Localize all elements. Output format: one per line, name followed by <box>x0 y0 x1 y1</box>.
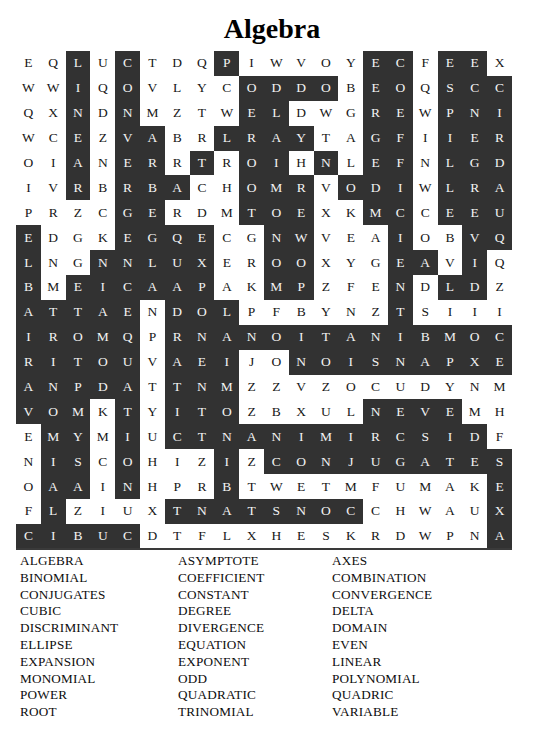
grid-cell-r2c13: O <box>314 76 339 101</box>
grid-cell-r11c19: I <box>462 300 487 325</box>
grid-cell-r6c8: C <box>190 175 215 200</box>
grid-cell-r3c5: N <box>115 101 140 126</box>
grid-cell-r9c4: N <box>90 250 115 275</box>
grid-cell-r7c12: E <box>289 200 314 225</box>
grid-cell-r11c2: T <box>41 300 66 325</box>
grid-cell-r9c6: L <box>140 250 165 275</box>
grid-cell-r5c9: R <box>214 151 239 176</box>
grid-cell-r15c18: E <box>438 399 463 424</box>
grid-cell-r11c4: A <box>90 300 115 325</box>
grid-cell-r8c11: N <box>264 225 289 250</box>
grid-cell-r16c10: A <box>239 424 264 449</box>
grid-cell-r4c15: G <box>363 126 388 151</box>
grid-cell-r20c13: S <box>314 524 339 549</box>
grid-cell-r2c11: D <box>264 76 289 101</box>
word-list-column-2: ASYMPTOTECOEFFICIENTCONSTANTDEGREEDIVERG… <box>178 553 264 721</box>
grid-cell-r20c6: D <box>140 524 165 549</box>
grid-cell-r17c18: T <box>438 449 463 474</box>
grid-cell-r9c5: N <box>115 250 140 275</box>
grid-cell-r1c20: X <box>487 51 512 76</box>
grid-cell-r1c15: E <box>363 51 388 76</box>
grid-cell-r2c12: D <box>289 76 314 101</box>
grid-cell-r18c15: F <box>363 474 388 499</box>
grid-cell-r2c7: L <box>165 76 190 101</box>
grid-bottom-rule <box>16 548 512 550</box>
grid-cell-r14c13: Z <box>314 375 339 400</box>
grid-cell-r2c10: O <box>239 76 264 101</box>
grid-cell-r19c14: C <box>338 499 363 524</box>
word-list-item: CONSTANT <box>178 587 264 604</box>
grid-cell-r20c9: L <box>214 524 239 549</box>
grid-cell-r6c13: V <box>314 175 339 200</box>
grid-cell-r1c12: V <box>289 51 314 76</box>
grid-cell-r15c11: B <box>264 399 289 424</box>
word-list-item: ASYMPTOTE <box>178 553 264 570</box>
grid-cell-r10c9: A <box>214 275 239 300</box>
grid-cell-r6c6: B <box>140 175 165 200</box>
grid-cell-r20c5: C <box>115 524 140 549</box>
grid-cell-r11c14: N <box>338 300 363 325</box>
grid-cell-r19c3: Z <box>66 499 91 524</box>
grid-cell-r4c7: B <box>165 126 190 151</box>
grid-cell-r8c19: V <box>462 225 487 250</box>
grid-cell-r12c13: T <box>314 325 339 350</box>
grid-cell-r12c4: M <box>90 325 115 350</box>
grid-cell-r14c7: T <box>165 375 190 400</box>
grid-cell-r2c6: V <box>140 76 165 101</box>
grid-cell-r3c1: Q <box>16 101 41 126</box>
grid-cell-r5c7: R <box>165 151 190 176</box>
grid-cell-r2c9: C <box>214 76 239 101</box>
grid-cell-r1c10: I <box>239 51 264 76</box>
grid-cell-r7c19: E <box>462 200 487 225</box>
grid-cell-r19c9: A <box>214 499 239 524</box>
grid-cell-r18c10: T <box>239 474 264 499</box>
grid-cell-r3c3: N <box>66 101 91 126</box>
grid-cell-r12c15: N <box>363 325 388 350</box>
grid-cell-r3c4: D <box>90 101 115 126</box>
grid-cell-r6c4: B <box>90 175 115 200</box>
grid-cell-r9c2: N <box>41 250 66 275</box>
grid-cell-r12c5: Q <box>115 325 140 350</box>
grid-cell-r4c16: F <box>388 126 413 151</box>
grid-cell-r13c1: R <box>16 350 41 375</box>
grid-cell-r4c3: E <box>66 126 91 151</box>
grid-cell-r19c17: W <box>413 499 438 524</box>
word-list-item: VARIABLE <box>332 704 432 721</box>
grid-cell-r8c2: D <box>41 225 66 250</box>
grid-cell-r5c2: I <box>41 151 66 176</box>
grid-cell-r15c10: Z <box>239 399 264 424</box>
grid-cell-r10c4: I <box>90 275 115 300</box>
grid-cell-r11c7: D <box>165 300 190 325</box>
grid-cell-r10c2: M <box>41 275 66 300</box>
grid-cell-r16c1: E <box>16 424 41 449</box>
grid-cell-r16c4: M <box>90 424 115 449</box>
grid-cell-r3c13: W <box>314 101 339 126</box>
grid-cell-r5c19: G <box>462 151 487 176</box>
grid-cell-r19c20: X <box>487 499 512 524</box>
grid-cell-r12c2: R <box>41 325 66 350</box>
word-list-item: AXES <box>332 553 432 570</box>
grid-cell-r13c6: V <box>140 350 165 375</box>
grid-cell-r16c17: S <box>413 424 438 449</box>
grid-cell-r14c2: N <box>41 375 66 400</box>
grid-cell-r2c3: I <box>66 76 91 101</box>
grid-cell-r10c5: C <box>115 275 140 300</box>
grid-cell-r14c3: P <box>66 375 91 400</box>
grid-cell-r13c7: A <box>165 350 190 375</box>
grid-cell-r6c7: A <box>165 175 190 200</box>
grid-cell-r19c16: H <box>388 499 413 524</box>
grid-cell-r11c3: T <box>66 300 91 325</box>
grid-cell-r12c18: M <box>438 325 463 350</box>
grid-cell-r13c8: E <box>190 350 215 375</box>
grid-cell-r20c10: X <box>239 524 264 549</box>
word-list-item: DIVERGENCE <box>178 620 264 637</box>
grid-cell-r18c7: P <box>165 474 190 499</box>
grid-cell-r6c10: O <box>239 175 264 200</box>
grid-cell-r12c7: R <box>165 325 190 350</box>
grid-cell-r15c12: X <box>289 399 314 424</box>
grid-cell-r20c19: N <box>462 524 487 549</box>
grid-cell-r14c8: N <box>190 375 215 400</box>
grid-cell-r13c19: X <box>462 350 487 375</box>
grid-cell-r20c2: I <box>41 524 66 549</box>
grid-cell-r17c11: C <box>264 449 289 474</box>
grid-cell-r17c5: O <box>115 449 140 474</box>
grid-cell-r7c16: C <box>388 200 413 225</box>
grid-cell-r1c13: O <box>314 51 339 76</box>
grid-cell-r4c19: E <box>462 126 487 151</box>
grid-cell-r7c5: G <box>115 200 140 225</box>
grid-cell-r19c13: O <box>314 499 339 524</box>
grid-cell-r14c16: U <box>388 375 413 400</box>
grid-cell-r4c1: W <box>16 126 41 151</box>
grid-cell-r14c15: C <box>363 375 388 400</box>
grid-cell-r8c18: B <box>438 225 463 250</box>
word-list-item: BINOMIAL <box>20 570 118 587</box>
grid-cell-r12c12: I <box>289 325 314 350</box>
word-list-item: ODD <box>178 671 264 688</box>
grid-cell-r4c4: Z <box>90 126 115 151</box>
grid-cell-r6c15: D <box>363 175 388 200</box>
grid-cell-r18c1: O <box>16 474 41 499</box>
grid-cell-r7c7: R <box>165 200 190 225</box>
grid-cell-r7c15: M <box>363 200 388 225</box>
grid-cell-r18c12: E <box>289 474 314 499</box>
grid-cell-r5c11: I <box>264 151 289 176</box>
grid-cell-r6c18: L <box>438 175 463 200</box>
grid-cell-r15c13: U <box>314 399 339 424</box>
grid-cell-r16c19: D <box>462 424 487 449</box>
grid-cell-r4c9: L <box>214 126 239 151</box>
word-list-item: EXPONENT <box>178 654 264 671</box>
grid-cell-r6c1: I <box>16 175 41 200</box>
grid-cell-r8c8: E <box>190 225 215 250</box>
grid-cell-r16c18: I <box>438 424 463 449</box>
grid-cell-r3c16: E <box>388 101 413 126</box>
grid-cell-r10c12: P <box>289 275 314 300</box>
grid-cell-r11c8: O <box>190 300 215 325</box>
grid-cell-r7c11: O <box>264 200 289 225</box>
grid-cell-r16c12: I <box>289 424 314 449</box>
grid-cell-r6c11: M <box>264 175 289 200</box>
grid-cell-r2c15: E <box>363 76 388 101</box>
grid-cell-r12c1: I <box>16 325 41 350</box>
grid-cell-r15c8: T <box>190 399 215 424</box>
grid-cell-r9c10: R <box>239 250 264 275</box>
grid-cell-r6c20: A <box>487 175 512 200</box>
grid-cell-r14c4: D <box>90 375 115 400</box>
grid-cell-r12c10: N <box>239 325 264 350</box>
grid-cell-r11c12: B <box>289 300 314 325</box>
grid-cell-r16c11: N <box>264 424 289 449</box>
grid-cell-r6c12: R <box>289 175 314 200</box>
grid-cell-r13c11: O <box>264 350 289 375</box>
grid-cell-r16c2: M <box>41 424 66 449</box>
grid-cell-r10c20: Z <box>487 275 512 300</box>
grid-cell-r5c15: E <box>363 151 388 176</box>
grid-cell-r19c7: T <box>165 499 190 524</box>
grid-cell-r11c11: F <box>264 300 289 325</box>
grid-cell-r2c5: O <box>115 76 140 101</box>
word-list-item: COEFFICIENT <box>178 570 264 587</box>
grid-cell-r20c14: K <box>338 524 363 549</box>
grid-cell-r11c13: Y <box>314 300 339 325</box>
grid-cell-r3c12: D <box>289 101 314 126</box>
grid-cell-r10c10: K <box>239 275 264 300</box>
grid-cell-r14c19: N <box>462 375 487 400</box>
grid-cell-r10c8: P <box>190 275 215 300</box>
grid-cell-r2c14: B <box>338 76 363 101</box>
grid-cell-r1c7: D <box>165 51 190 76</box>
grid-cell-r3c7: Z <box>165 101 190 126</box>
word-list-item: CONJUGATES <box>20 587 118 604</box>
word-list-item: QUADRATIC <box>178 687 264 704</box>
grid-cell-r4c18: I <box>438 126 463 151</box>
grid-cell-r17c20: S <box>487 449 512 474</box>
grid-cell-r13c16: N <box>388 350 413 375</box>
word-list-item: ELLIPSE <box>20 637 118 654</box>
grid-cell-r13c9: I <box>214 350 239 375</box>
grid-cell-r6c3: R <box>66 175 91 200</box>
grid-cell-r16c8: T <box>190 424 215 449</box>
grid-cell-r9c14: Y <box>338 250 363 275</box>
grid-cell-r18c6: H <box>140 474 165 499</box>
grid-cell-r9c12: O <box>289 250 314 275</box>
grid-cell-r20c3: B <box>66 524 91 549</box>
grid-cell-r13c18: P <box>438 350 463 375</box>
grid-cell-r7c10: T <box>239 200 264 225</box>
grid-cell-r4c14: A <box>338 126 363 151</box>
word-list-item: LINEAR <box>332 654 432 671</box>
grid-cell-r18c14: M <box>338 474 363 499</box>
grid-cell-r17c7: I <box>165 449 190 474</box>
grid-cell-r9c7: U <box>165 250 190 275</box>
grid-cell-r15c4: K <box>90 399 115 424</box>
grid-cell-r13c10: J <box>239 350 264 375</box>
grid-cell-r6c2: V <box>41 175 66 200</box>
grid-cell-r1c3: L <box>66 51 91 76</box>
grid-cell-r20c11: H <box>264 524 289 549</box>
grid-cell-r9c8: X <box>190 250 215 275</box>
grid-cell-r19c18: A <box>438 499 463 524</box>
grid-cell-r20c17: W <box>413 524 438 549</box>
grid-cell-r1c4: U <box>90 51 115 76</box>
grid-cell-r6c14: O <box>338 175 363 200</box>
grid-cell-r3c8: T <box>190 101 215 126</box>
grid-cell-r10c17: D <box>413 275 438 300</box>
grid-cell-r17c13: N <box>314 449 339 474</box>
grid-cell-r18c18: A <box>438 474 463 499</box>
grid-cell-r18c5: N <box>115 474 140 499</box>
word-list-item: MONOMIAL <box>20 671 118 688</box>
grid-cell-r1c9: P <box>214 51 239 76</box>
grid-cell-r8c6: G <box>140 225 165 250</box>
word-list-item: TRINOMIAL <box>178 704 264 721</box>
grid-cell-r15c6: Y <box>140 399 165 424</box>
grid-cell-r4c6: A <box>140 126 165 151</box>
grid-cell-r12c14: A <box>338 325 363 350</box>
grid-cell-r10c7: A <box>165 275 190 300</box>
grid-cell-r3c17: W <box>413 101 438 126</box>
word-list-item: COMBINATION <box>332 570 432 587</box>
grid-cell-r6c17: W <box>413 175 438 200</box>
grid-cell-r6c5: R <box>115 175 140 200</box>
grid-cell-r5c16: F <box>388 151 413 176</box>
grid-cell-r15c15: N <box>363 399 388 424</box>
grid-cell-r19c10: T <box>239 499 264 524</box>
word-list-column-1: ALGEBRABINOMIALCONJUGATESCUBICDISCRIMINA… <box>20 553 118 721</box>
grid-cell-r2c20: C <box>487 76 512 101</box>
grid-cell-r7c18: E <box>438 200 463 225</box>
grid-cell-r17c10: Z <box>239 449 264 474</box>
grid-cell-r16c9: N <box>214 424 239 449</box>
grid-cell-r11c15: Z <box>363 300 388 325</box>
grid-cell-r1c16: C <box>388 51 413 76</box>
grid-cell-r4c11: A <box>264 126 289 151</box>
grid-cell-r18c16: U <box>388 474 413 499</box>
grid-cell-r11c10: P <box>239 300 264 325</box>
grid-cell-r2c16: O <box>388 76 413 101</box>
grid-cell-r12c11: O <box>264 325 289 350</box>
grid-cell-r19c12: N <box>289 499 314 524</box>
grid-cell-r14c6: T <box>140 375 165 400</box>
grid-cell-r13c4: O <box>90 350 115 375</box>
grid-cell-r20c16: D <box>388 524 413 549</box>
grid-cell-r5c6: R <box>140 151 165 176</box>
grid-cell-r9c18: V <box>438 250 463 275</box>
grid-cell-r11c6: N <box>140 300 165 325</box>
grid-cell-r1c14: Y <box>338 51 363 76</box>
word-list-item: POWER <box>20 687 118 704</box>
grid-cell-r4c20: R <box>487 126 512 151</box>
grid-cell-r2c8: Y <box>190 76 215 101</box>
grid-cell-r5c4: N <box>90 151 115 176</box>
grid-cell-r7c20: U <box>487 200 512 225</box>
grid-cell-r10c14: F <box>338 275 363 300</box>
grid-cell-r14c1: A <box>16 375 41 400</box>
grid-cell-r15c3: M <box>66 399 91 424</box>
grid-cell-r15c20: H <box>487 399 512 424</box>
word-list-item: DISCRIMINANT <box>20 620 118 637</box>
grid-cell-r16c7: C <box>165 424 190 449</box>
grid-cell-r5c3: A <box>66 151 91 176</box>
grid-cell-r7c6: E <box>140 200 165 225</box>
grid-cell-r16c6: U <box>140 424 165 449</box>
grid-cell-r17c9: I <box>214 449 239 474</box>
grid-cell-r8c9: C <box>214 225 239 250</box>
word-list-item: CUBIC <box>20 603 118 620</box>
word-list: ALGEBRABINOMIALCONJUGATESCUBICDISCRIMINA… <box>0 553 544 729</box>
grid-cell-r4c12: Y <box>289 126 314 151</box>
word-list-item: DEGREE <box>178 603 264 620</box>
grid-cell-r15c16: E <box>388 399 413 424</box>
grid-cell-r12c9: A <box>214 325 239 350</box>
word-list-item: DELTA <box>332 603 432 620</box>
grid-cell-r5c14: L <box>338 151 363 176</box>
grid-cell-r14c18: Y <box>438 375 463 400</box>
grid-cell-r15c9: O <box>214 399 239 424</box>
word-list-item: ALGEBRA <box>20 553 118 570</box>
grid-cell-r1c19: E <box>462 51 487 76</box>
grid-cell-r11c17: S <box>413 300 438 325</box>
grid-cell-r13c2: I <box>41 350 66 375</box>
grid-cell-r3c9: W <box>214 101 239 126</box>
grid-cell-r14c12: V <box>289 375 314 400</box>
grid-cell-r3c10: E <box>239 101 264 126</box>
word-list-item: ROOT <box>20 704 118 721</box>
grid-cell-r7c2: R <box>41 200 66 225</box>
grid-cell-r14c11: Z <box>264 375 289 400</box>
grid-cell-r19c8: N <box>190 499 215 524</box>
grid-cell-r11c1: A <box>16 300 41 325</box>
grid-cell-r14c14: O <box>338 375 363 400</box>
page-title: Algebra <box>0 14 544 44</box>
grid-cell-r8c7: Q <box>165 225 190 250</box>
grid-cell-r5c13: N <box>314 151 339 176</box>
grid-cell-r9c11: O <box>264 250 289 275</box>
grid-cell-r1c8: Q <box>190 51 215 76</box>
grid-cell-r8c20: Q <box>487 225 512 250</box>
grid-cell-r20c18: P <box>438 524 463 549</box>
grid-cell-r10c1: B <box>16 275 41 300</box>
grid-cell-r5c10: O <box>239 151 264 176</box>
grid-cell-r12c19: O <box>462 325 487 350</box>
grid-cell-r18c13: T <box>314 474 339 499</box>
grid-cell-r11c5: E <box>115 300 140 325</box>
grid-cell-r3c14: G <box>338 101 363 126</box>
grid-cell-r8c13: V <box>314 225 339 250</box>
grid-cell-r9c19: I <box>462 250 487 275</box>
grid-cell-r10c13: Z <box>314 275 339 300</box>
grid-cell-r12c3: O <box>66 325 91 350</box>
grid-cell-r14c9: M <box>214 375 239 400</box>
grid-cell-r15c7: I <box>165 399 190 424</box>
grid-cell-r20c15: R <box>363 524 388 549</box>
grid-cell-r8c5: E <box>115 225 140 250</box>
grid-cell-r19c19: U <box>462 499 487 524</box>
grid-cell-r15c19: M <box>462 399 487 424</box>
grid-cell-r15c14: L <box>338 399 363 424</box>
grid-cell-r14c5: A <box>115 375 140 400</box>
grid-cell-r6c16: I <box>388 175 413 200</box>
grid-cell-r7c1: P <box>16 200 41 225</box>
grid-cell-r5c18: L <box>438 151 463 176</box>
grid-cell-r1c6: T <box>140 51 165 76</box>
grid-cell-r4c5: V <box>115 126 140 151</box>
